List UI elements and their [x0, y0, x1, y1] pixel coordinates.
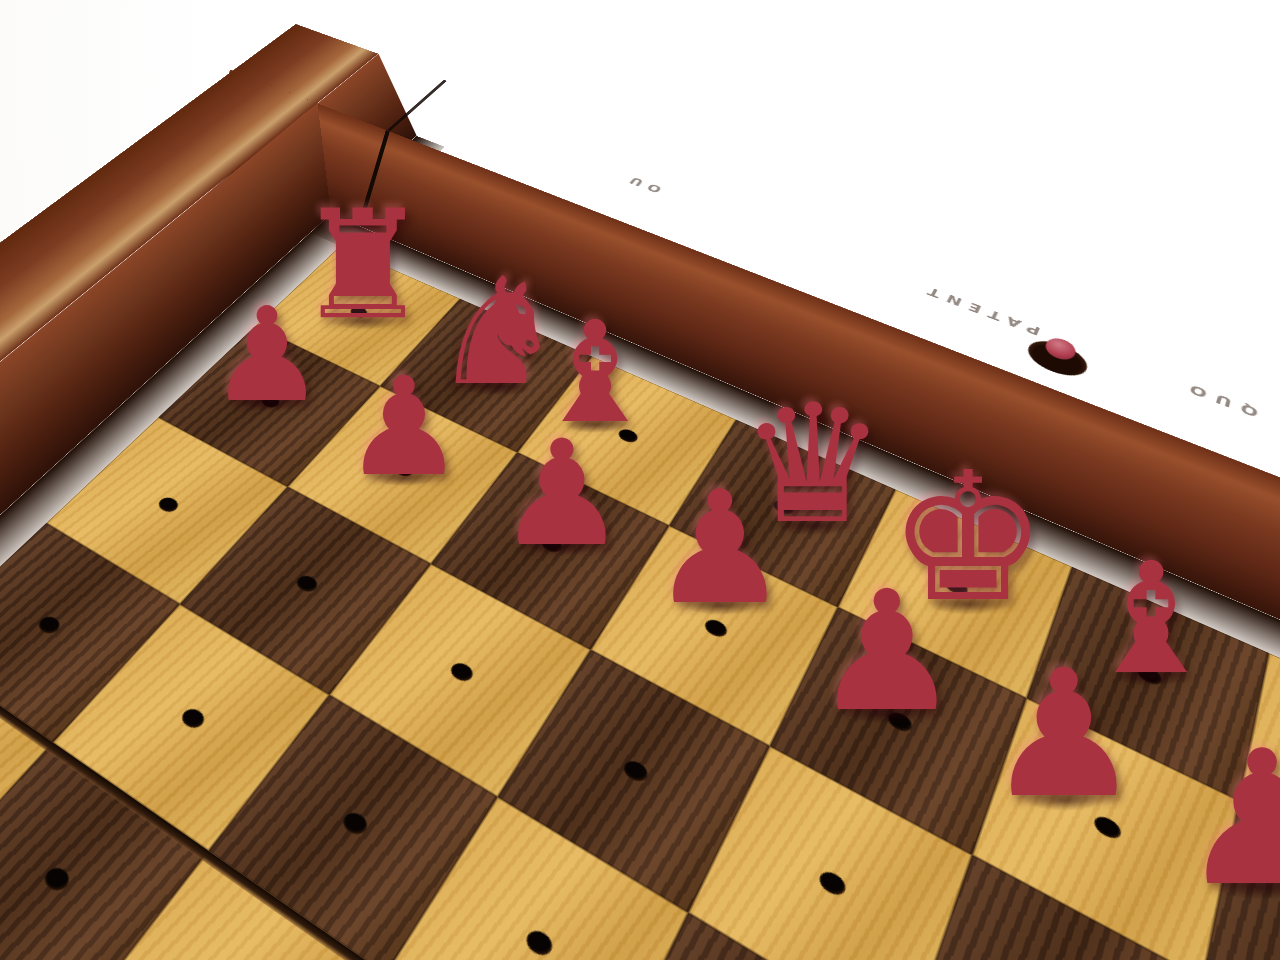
square-b7[interactable]	[288, 386, 518, 564]
square-e7[interactable]	[770, 607, 1027, 855]
rail-corner-slit-top	[387, 80, 447, 132]
square-g8[interactable]	[1239, 653, 1280, 917]
peg-hole	[1135, 663, 1163, 688]
peg-hole	[447, 660, 476, 685]
square-e5[interactable]	[589, 913, 906, 960]
peg-hole	[885, 709, 914, 735]
square-f7[interactable]	[972, 698, 1239, 960]
square-b3[interactable]	[0, 908, 62, 960]
peg-hole	[475, 363, 499, 379]
peg-hole	[258, 393, 282, 410]
peg-hole	[35, 614, 64, 637]
peg-hole	[616, 427, 641, 445]
square-d6[interactable]	[498, 650, 770, 913]
rail-corner-slit	[358, 130, 390, 227]
peg-hole	[816, 868, 848, 900]
square-c7[interactable]	[431, 452, 669, 649]
peg-hole	[620, 757, 651, 785]
square-b6[interactable]	[180, 487, 431, 695]
square-b5[interactable]	[53, 604, 330, 851]
square-a4[interactable]	[0, 647, 53, 909]
square-c5[interactable]	[208, 695, 497, 960]
peg-hole	[155, 495, 181, 515]
peg-hole	[522, 926, 556, 960]
square-b4[interactable]	[0, 743, 208, 960]
square-e6[interactable]	[688, 746, 972, 960]
rail-stamp-fragment: OU	[621, 173, 665, 196]
peg-hole	[538, 534, 565, 555]
peg-hole	[771, 497, 797, 517]
peg-hole	[40, 864, 73, 896]
square-a5[interactable]	[0, 523, 180, 743]
peg-hole	[702, 617, 730, 640]
peg-hole	[1092, 813, 1123, 843]
peg-hole	[178, 705, 208, 731]
board-3d-plane: OU PATENT STATU QUO	[0, 246, 1280, 960]
square-d5[interactable]	[385, 797, 688, 960]
peg-hole	[391, 460, 416, 479]
photo-stage: OU PATENT STATU QUO ♜♞♟♝♟♛♟♚♟♝♟♟♟	[0, 0, 1280, 960]
square-f6[interactable]	[906, 855, 1202, 960]
board-scene: OU PATENT STATU QUO	[0, 0, 1280, 960]
peg-hole	[943, 576, 970, 598]
peg-hole	[293, 573, 321, 595]
peg-hole	[339, 809, 371, 839]
square-c6[interactable]	[329, 564, 590, 797]
square-d7[interactable]	[591, 526, 838, 746]
peg-hole	[348, 305, 371, 320]
square-g7[interactable]	[1203, 801, 1280, 960]
